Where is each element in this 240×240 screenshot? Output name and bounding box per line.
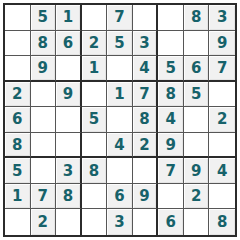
cell-r5c9: 2: [209, 107, 235, 133]
cell-r2c7[interactable]: [158, 31, 184, 57]
cell-r6c4[interactable]: [82, 133, 108, 159]
cell-r2c6: 3: [133, 31, 159, 57]
cell-r9c9: 8: [209, 209, 235, 235]
cell-r3c4: 1: [82, 56, 108, 82]
cell-r4c1: 2: [5, 82, 31, 108]
cell-r3c6: 4: [133, 56, 159, 82]
cell-r7c3: 3: [56, 158, 82, 184]
cell-r1c4[interactable]: [82, 5, 108, 31]
cell-r9c2: 2: [31, 209, 57, 235]
cell-r1c5: 7: [107, 5, 133, 31]
cell-r6c6: 2: [133, 133, 159, 159]
cell-r9c5: 3: [107, 209, 133, 235]
cell-r6c7: 9: [158, 133, 184, 159]
cell-r7c5[interactable]: [107, 158, 133, 184]
cell-r4c3: 9: [56, 82, 82, 108]
cell-r5c3[interactable]: [56, 107, 82, 133]
cell-r4c9[interactable]: [209, 82, 235, 108]
cell-r1c1[interactable]: [5, 5, 31, 31]
cell-r6c5: 4: [107, 133, 133, 159]
cell-r1c6[interactable]: [133, 5, 159, 31]
cell-r4c5: 1: [107, 82, 133, 108]
cell-r2c3: 6: [56, 31, 82, 57]
cell-r3c2: 9: [31, 56, 57, 82]
cell-r8c9[interactable]: [209, 184, 235, 210]
cell-r7c7: 7: [158, 158, 184, 184]
cell-r8c6: 9: [133, 184, 159, 210]
cell-r8c1: 1: [5, 184, 31, 210]
cell-r9c7: 6: [158, 209, 184, 235]
cell-r3c8: 6: [184, 56, 210, 82]
cell-r2c5: 5: [107, 31, 133, 57]
cell-r7c1: 5: [5, 158, 31, 184]
cell-r6c1: 8: [5, 133, 31, 159]
cell-r4c8: 5: [184, 82, 210, 108]
cell-r5c2[interactable]: [31, 107, 57, 133]
cell-r3c9: 7: [209, 56, 235, 82]
cell-r7c4: 8: [82, 158, 108, 184]
cell-r5c4: 5: [82, 107, 108, 133]
cell-r4c6: 7: [133, 82, 159, 108]
cell-r8c2: 7: [31, 184, 57, 210]
cell-r9c3[interactable]: [56, 209, 82, 235]
sudoku-board: 5178386253991456729178565842842953879417…: [3, 3, 237, 237]
cell-r3c1[interactable]: [5, 56, 31, 82]
cell-r5c8[interactable]: [184, 107, 210, 133]
cell-r9c1[interactable]: [5, 209, 31, 235]
cell-r5c5[interactable]: [107, 107, 133, 133]
cell-r5c6: 8: [133, 107, 159, 133]
cell-r9c4[interactable]: [82, 209, 108, 235]
cell-r1c8: 8: [184, 5, 210, 31]
cell-r1c3: 1: [56, 5, 82, 31]
cell-r1c9: 3: [209, 5, 235, 31]
cell-r9c8[interactable]: [184, 209, 210, 235]
cell-r7c9: 4: [209, 158, 235, 184]
cell-r2c4: 2: [82, 31, 108, 57]
cell-r4c2[interactable]: [31, 82, 57, 108]
cell-r6c8[interactable]: [184, 133, 210, 159]
cell-r5c7: 4: [158, 107, 184, 133]
cell-r3c3[interactable]: [56, 56, 82, 82]
cell-r2c2: 8: [31, 31, 57, 57]
cell-r7c2[interactable]: [31, 158, 57, 184]
cell-r8c5: 6: [107, 184, 133, 210]
cell-r1c7[interactable]: [158, 5, 184, 31]
cell-r7c8: 9: [184, 158, 210, 184]
cell-r4c7: 8: [158, 82, 184, 108]
cell-r8c4[interactable]: [82, 184, 108, 210]
cell-r8c7[interactable]: [158, 184, 184, 210]
cell-r3c5[interactable]: [107, 56, 133, 82]
cell-r1c2: 5: [31, 5, 57, 31]
cell-r3c7: 5: [158, 56, 184, 82]
cell-r2c9: 9: [209, 31, 235, 57]
cell-r6c9[interactable]: [209, 133, 235, 159]
cell-r8c8: 2: [184, 184, 210, 210]
cell-r2c8[interactable]: [184, 31, 210, 57]
cell-r6c3[interactable]: [56, 133, 82, 159]
cell-r5c1: 6: [5, 107, 31, 133]
cell-r9c6[interactable]: [133, 209, 159, 235]
cell-r7c6[interactable]: [133, 158, 159, 184]
cell-r8c3: 8: [56, 184, 82, 210]
cell-r2c1[interactable]: [5, 31, 31, 57]
cell-r4c4[interactable]: [82, 82, 108, 108]
cell-r6c2[interactable]: [31, 133, 57, 159]
